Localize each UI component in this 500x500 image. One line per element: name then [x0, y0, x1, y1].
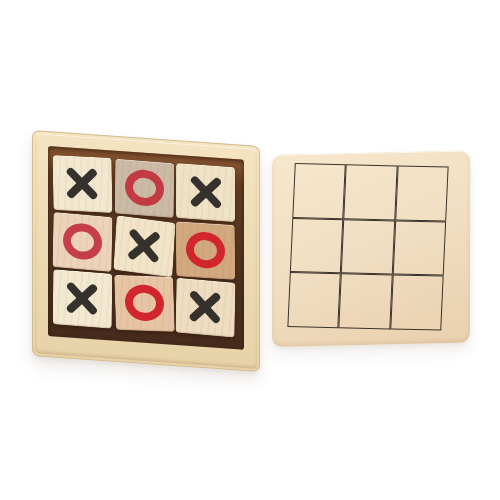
o-mark-icon [63, 222, 102, 261]
block-r2c2[interactable] [113, 215, 175, 277]
block-r3c3[interactable] [176, 278, 236, 338]
block-r3c2[interactable] [114, 275, 175, 332]
board-grid [287, 163, 448, 330]
block-r2c1[interactable] [53, 212, 113, 272]
block-r1c3[interactable] [176, 163, 235, 222]
block-r3c1[interactable] [53, 270, 112, 329]
block-r1c1[interactable] [53, 155, 113, 213]
board-cell-1-1[interactable] [292, 163, 346, 219]
x-mark-icon [63, 165, 101, 202]
block-r2c3[interactable] [176, 221, 235, 279]
x-mark-icon [187, 289, 225, 327]
board-cell-2-2[interactable] [341, 219, 395, 275]
board-cell-3-2[interactable] [339, 274, 393, 330]
o-mark-icon [124, 169, 163, 208]
board-cell-1-3[interactable] [395, 165, 449, 221]
o-mark-icon [186, 231, 225, 269]
x-mark-icon [187, 174, 225, 212]
product-photo-canvas [0, 0, 500, 500]
o-mark-icon [124, 285, 164, 322]
board-cell-1-2[interactable] [344, 164, 398, 220]
playing-board [272, 151, 470, 347]
block-grid [53, 154, 235, 337]
board-cell-2-1[interactable] [290, 218, 344, 274]
x-mark-icon [63, 280, 101, 318]
board-cell-2-3[interactable] [392, 220, 446, 276]
board-cell-3-3[interactable] [390, 275, 444, 331]
board-cell-3-1[interactable] [287, 272, 341, 328]
block-r1c2[interactable] [114, 159, 173, 218]
storage-box [32, 130, 260, 372]
box-interior [48, 146, 244, 350]
x-mark-icon [124, 226, 164, 266]
